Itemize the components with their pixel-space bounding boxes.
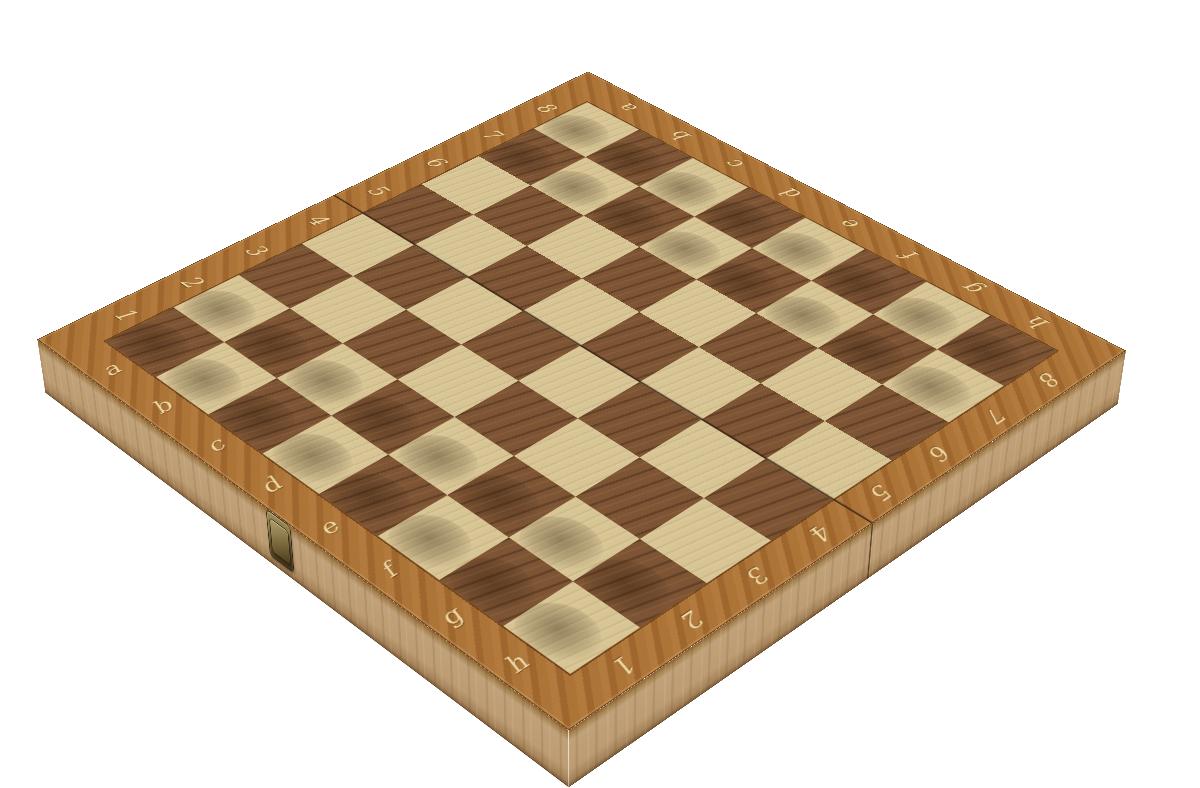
fold-seam-wall (867, 522, 874, 578)
file-label-bottom-c: c (190, 429, 241, 460)
file-label-bottom-b: b (137, 391, 187, 421)
square-h1[interactable]: ♜ (503, 582, 639, 674)
chess-box: ♜♞♝♛♚♝♞♜♟♟♟♟♟♟♟♟♟♟♟♟♟♟♟♟♜♞♝♛♚♝♞♜ 1122334… (37, 71, 1126, 730)
product-photo: ♜♞♝♛♚♝♞♜♟♟♟♟♟♟♟♟♟♟♟♟♟♟♟♟♜♞♝♛♚♝♞♜ 1122334… (0, 0, 1200, 788)
square-h7[interactable]: ♟ (882, 349, 1004, 422)
file-label-bottom-d: d (244, 469, 296, 502)
file-label-bottom-a: a (86, 355, 135, 384)
chess-board-top: ♜♞♝♛♚♝♞♜♟♟♟♟♟♟♟♟♟♟♟♟♟♟♟♟♜♞♝♛♚♝♞♜ 1122334… (37, 71, 1126, 730)
board-squares: ♜♞♝♛♚♝♞♜♟♟♟♟♟♟♟♟♟♟♟♟♟♟♟♟♜♞♝♛♚♝♞♜ (106, 102, 1057, 674)
square-g6[interactable] (761, 348, 882, 421)
black-pawn-glyph: ♟ (899, 251, 981, 394)
file-label-bottom-h: h (488, 644, 544, 683)
white-rook-glyph: ♜ (514, 450, 622, 639)
